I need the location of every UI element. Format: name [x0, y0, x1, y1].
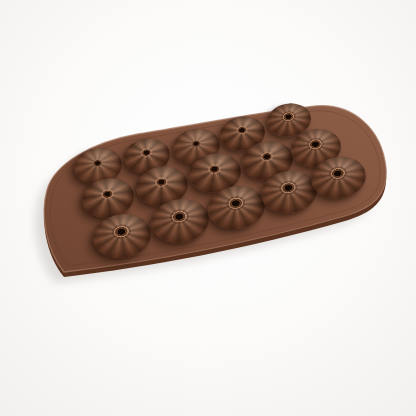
photo-canvas	[0, 0, 416, 416]
